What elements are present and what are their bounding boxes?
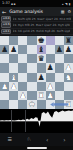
signal-icon: ▴	[62, 2, 64, 6]
notification-icons: ▪▪	[11, 2, 16, 6]
white-bishop-piece: ♝	[10, 73, 17, 82]
board-square-g6[interactable]	[55, 54, 64, 63]
board-square-c7[interactable]	[18, 45, 27, 54]
board-square-e5[interactable]	[37, 63, 46, 72]
board-square-h7[interactable]: ♟	[64, 45, 73, 54]
board-square-a8[interactable]	[0, 36, 9, 45]
board-square-b3[interactable]: ♟	[9, 82, 18, 91]
board-square-a7[interactable]: ♟	[0, 45, 9, 54]
board-icon[interactable]: ▦	[61, 9, 65, 14]
white-pawn-piece: ♟	[1, 82, 8, 91]
board-square-d8[interactable]	[27, 36, 36, 45]
back-arrow-icon[interactable]: ←	[2, 9, 6, 15]
board-square-a6[interactable]	[0, 54, 9, 63]
white-pawn-piece: ♟	[47, 82, 54, 91]
black-pawn-piece: ♟	[65, 45, 72, 54]
board-square-e7[interactable]: ♝	[37, 45, 46, 54]
menu-icon[interactable]: ☰	[7, 133, 11, 146]
board-square-d3[interactable]	[27, 82, 36, 91]
black-pawn-piece: ♟	[56, 45, 63, 54]
battery-icon: ▮	[69, 2, 71, 6]
wifi-icon: ◥	[65, 2, 68, 6]
board-square-a1[interactable]	[0, 100, 9, 109]
black-bishop-piece: ♝	[38, 45, 45, 54]
page-title: Game analysis	[9, 9, 57, 14]
board-square-h8[interactable]: ♜	[64, 36, 73, 45]
board-square-c5[interactable]	[18, 63, 27, 72]
board-square-g8[interactable]	[55, 36, 64, 45]
white-king-piece: ♚	[29, 100, 36, 109]
board-square-d2[interactable]	[27, 91, 36, 100]
white-pawn-piece: ♟	[10, 82, 17, 91]
black-pawn-piece: ♟	[38, 73, 45, 82]
board-square-g7[interactable]: ♟	[55, 45, 64, 54]
board-square-d4[interactable]	[27, 73, 36, 82]
pieces-icon[interactable]: ♘	[27, 133, 31, 146]
white-pawn-piece: ♟	[19, 91, 26, 100]
board-square-g3[interactable]	[55, 82, 64, 91]
black-pawn-piece: ♟	[10, 45, 17, 54]
home-indicator-area	[0, 146, 73, 150]
board-square-c4[interactable]	[18, 73, 27, 82]
board-square-e6[interactable]: ♛	[37, 54, 46, 63]
board-square-f3[interactable]: ♟	[46, 82, 55, 91]
settings-gear-icon[interactable]: ⚙	[67, 9, 71, 14]
board-square-g4[interactable]	[55, 73, 64, 82]
white-rook-piece: ♜	[65, 100, 72, 109]
board-square-f1[interactable]	[46, 100, 55, 109]
board-square-b2[interactable]	[9, 91, 18, 100]
board-square-d6[interactable]	[27, 54, 36, 63]
board-square-h3[interactable]	[64, 82, 73, 91]
board-square-d5[interactable]	[27, 63, 36, 72]
board-square-e1[interactable]	[37, 100, 46, 109]
home-indicator[interactable]	[27, 147, 47, 149]
board-square-a2[interactable]	[0, 91, 9, 100]
prev-move-icon[interactable]: ‹	[46, 133, 48, 146]
board-square-h1[interactable]: ♜	[64, 100, 73, 109]
engine-analysis-lines: +0.424. Nxf5 Qf6 25. Nxe7 Qxe7 26. Rh4 R…	[0, 16, 73, 36]
board-square-c8[interactable]	[18, 36, 27, 45]
board-square-a3[interactable]: ♟	[0, 82, 9, 91]
board-square-f5[interactable]: ♟	[46, 63, 55, 72]
white-rook-piece: ♜	[38, 91, 45, 100]
clock-text: 1:37	[2, 0, 10, 7]
board-square-h6[interactable]	[64, 54, 73, 63]
app-bar: ← Game analysis ▦ ⚙	[0, 7, 73, 16]
board-square-h5[interactable]: ♟	[64, 63, 73, 72]
board-square-b8[interactable]	[9, 36, 18, 45]
board-square-b5[interactable]	[9, 63, 18, 72]
board-square-a4[interactable]	[0, 73, 9, 82]
board-square-f8[interactable]	[46, 36, 55, 45]
board-square-f7[interactable]	[46, 45, 55, 54]
eval-badge: +0.1	[1, 29, 11, 35]
board-square-h2[interactable]	[64, 91, 73, 100]
chess-board[interactable]: ♚♜♟♟♝♟♟♛♟♟♝♟♞♟♟♟♟♜♟♚♜	[0, 36, 73, 109]
eval-badge: +0.4	[1, 16, 11, 22]
board-square-c2[interactable]: ♟	[18, 91, 27, 100]
black-pawn-piece: ♟	[47, 63, 54, 72]
black-queen-piece: ♛	[38, 54, 45, 63]
black-king-piece: ♚	[38, 36, 45, 45]
eval-badge: +0.3	[1, 22, 11, 28]
board-square-g1[interactable]	[55, 100, 64, 109]
board-square-b7[interactable]: ♟	[9, 45, 18, 54]
board-square-c6[interactable]	[18, 54, 27, 63]
advantage-graph[interactable]	[0, 109, 73, 133]
board-square-g5[interactable]	[55, 63, 64, 72]
white-pawn-piece: ♟	[47, 91, 54, 100]
board-square-h4[interactable]: ♞	[64, 73, 73, 82]
board-square-c1[interactable]	[18, 100, 27, 109]
engine-line[interactable]: +0.124. h6 gxh6 25. Rxh6 Rg8 26. Nxf5 Qg…	[0, 29, 73, 35]
board-square-c3[interactable]	[18, 82, 27, 91]
pv-moves-text: 24. Rg1 Rf8 25. Bxe7 Qxe7 26. Rg5 Qf6	[13, 23, 70, 27]
app-screen: 1:37 ▪▪ ▴ ◥ ▮ ← Game analysis ▦ ⚙ +0.424…	[0, 0, 73, 150]
board-square-e3[interactable]	[37, 82, 46, 91]
board-square-g2[interactable]	[55, 91, 64, 100]
board-square-a5[interactable]	[0, 63, 9, 72]
black-pawn-piece: ♟	[1, 45, 8, 54]
board-square-f6[interactable]	[46, 54, 55, 63]
board-square-e8[interactable]: ♚	[37, 36, 46, 45]
white-knight-piece: ♞	[65, 73, 72, 82]
board-square-d1[interactable]: ♚	[27, 100, 36, 109]
board-square-e4[interactable]: ♟	[37, 73, 46, 82]
board-square-d7[interactable]	[27, 45, 36, 54]
board-square-b6[interactable]	[9, 54, 18, 63]
pv-moves-text: 24. Nxf5 Qf6 25. Nxe7 Qxe7 26. Rh4 Rf8	[13, 17, 71, 21]
white-pawn-piece: ♟	[65, 63, 72, 72]
board-square-f2[interactable]: ♟	[46, 91, 55, 100]
pv-moves-text: 24. h6 gxh6 25. Rxh6 Rg8 26. Nxf5 Qg6	[13, 29, 71, 33]
board-square-b4[interactable]: ♝	[9, 73, 18, 82]
black-rook-piece: ♜	[65, 36, 72, 45]
board-square-f4[interactable]	[46, 73, 55, 82]
next-move-icon[interactable]: ›	[63, 133, 65, 146]
status-bar: 1:37 ▪▪ ▴ ◥ ▮	[0, 0, 73, 7]
board-square-e2[interactable]: ♜	[37, 91, 46, 100]
bottom-nav-bar: ☰ ♘ ‹ ›	[0, 133, 73, 146]
board-square-b1[interactable]	[9, 100, 18, 109]
